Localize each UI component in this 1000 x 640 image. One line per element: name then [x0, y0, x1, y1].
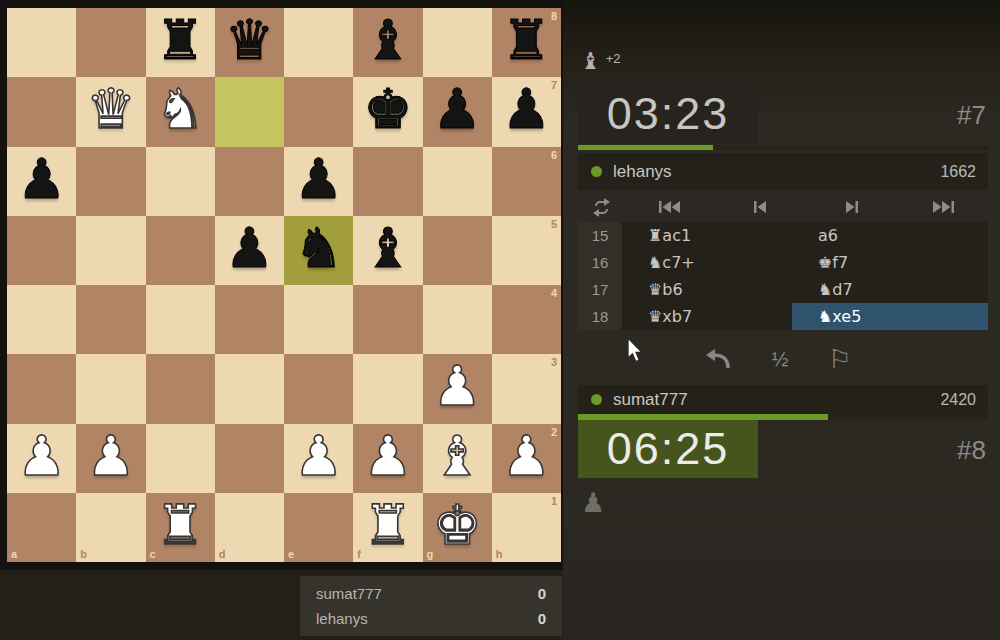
square-e1[interactable]: e: [284, 493, 353, 562]
last-move-button[interactable]: [897, 192, 988, 222]
player-name: sumat777: [613, 390, 688, 410]
square-g5[interactable]: [423, 216, 492, 285]
square-e8[interactable]: [284, 8, 353, 77]
black-king-f7[interactable]: ♚: [363, 82, 412, 137]
opponent-name: lehanys: [613, 162, 672, 182]
square-g1[interactable]: ♚g: [423, 493, 492, 562]
rank-label-1: 1: [551, 495, 557, 507]
white-bishop-g2[interactable]: ♝: [432, 429, 481, 484]
square-a1[interactable]: a: [7, 493, 76, 562]
flip-board-button[interactable]: [578, 192, 624, 222]
square-f5[interactable]: ♝: [353, 216, 422, 285]
board-frame: ♜♛♝♜8♛♞♚♟♟7♟♟6♟♞♝54♟3♟♟♟♟♝♟2ab♜cde♜f♚g1h: [0, 0, 563, 570]
file-label-e: e: [288, 548, 294, 560]
move-number-18: 18: [578, 303, 622, 330]
file-label-c: c: [150, 548, 156, 560]
black-bishop-f8[interactable]: ♝: [363, 13, 412, 68]
square-h6[interactable]: 6: [492, 147, 561, 216]
player-rating: 2420: [940, 391, 976, 409]
square-b5[interactable]: [76, 216, 145, 285]
captured-bishop-icon: ♝: [580, 50, 601, 73]
opponent-row[interactable]: lehanys 1662: [578, 153, 988, 190]
square-a6[interactable]: ♟: [7, 147, 76, 216]
file-label-g: g: [427, 548, 434, 560]
rank-label-3: 3: [551, 356, 557, 368]
square-d6[interactable]: [215, 147, 284, 216]
square-c5[interactable]: [146, 216, 215, 285]
move-black-16[interactable]: ♚f7: [792, 249, 988, 276]
square-h2[interactable]: ♟2: [492, 424, 561, 493]
black-pawn-h7[interactable]: ♟: [502, 82, 551, 137]
score-player-name: sumat777: [316, 585, 382, 602]
square-g2[interactable]: ♝: [423, 424, 492, 493]
square-g6[interactable]: [423, 147, 492, 216]
square-d2[interactable]: [215, 424, 284, 493]
rank-label-4: 4: [551, 287, 557, 299]
square-f6[interactable]: [353, 147, 422, 216]
square-g3[interactable]: ♟: [423, 354, 492, 423]
score-value: 0: [538, 610, 546, 627]
previous-move-button[interactable]: [715, 192, 806, 222]
square-b4[interactable]: [76, 285, 145, 354]
square-a7[interactable]: [7, 77, 76, 146]
move-white-15[interactable]: ♜ac1: [622, 222, 792, 249]
white-queen-b7[interactable]: ♛: [86, 82, 135, 137]
square-e3[interactable]: [284, 354, 353, 423]
white-pawn-f2[interactable]: ♟: [363, 429, 412, 484]
mouse-cursor: [627, 338, 645, 364]
player-row[interactable]: sumat777 2420: [578, 385, 988, 414]
opponent-clock: 03:23: [578, 85, 758, 143]
rank-label-8: 8: [551, 10, 557, 22]
opponent-rating: 1662: [940, 163, 976, 181]
square-d1[interactable]: d: [215, 493, 284, 562]
square-c4[interactable]: [146, 285, 215, 354]
square-b8[interactable]: [76, 8, 145, 77]
square-b6[interactable]: [76, 147, 145, 216]
black-pawn-a6[interactable]: ♟: [17, 152, 66, 207]
square-g7[interactable]: ♟: [423, 77, 492, 146]
black-knight-e5[interactable]: ♞: [294, 221, 343, 276]
square-e6[interactable]: ♟: [284, 147, 353, 216]
file-label-a: a: [11, 548, 17, 560]
opponent-time-bar: [578, 145, 988, 150]
move-number-17: 17: [578, 276, 622, 303]
black-pawn-e6[interactable]: ♟: [294, 152, 343, 207]
square-e4[interactable]: [284, 285, 353, 354]
square-c7[interactable]: ♞: [146, 77, 215, 146]
square-b1[interactable]: b: [76, 493, 145, 562]
takeback-button[interactable]: [696, 338, 740, 380]
next-move-button[interactable]: [806, 192, 897, 222]
white-pawn-g3[interactable]: ♟: [432, 359, 481, 414]
square-f2[interactable]: ♟: [353, 424, 422, 493]
square-f4[interactable]: [353, 285, 422, 354]
black-bishop-f5[interactable]: ♝: [363, 221, 412, 276]
square-c6[interactable]: [146, 147, 215, 216]
move-white-18[interactable]: ♛xb7: [622, 303, 792, 330]
player-captured-row: ♟: [581, 487, 605, 518]
first-move-button[interactable]: [624, 192, 715, 222]
square-a5[interactable]: [7, 216, 76, 285]
move-row-17: 17♛b6♞d7: [578, 276, 988, 303]
square-e7[interactable]: [284, 77, 353, 146]
square-c1[interactable]: ♜c: [146, 493, 215, 562]
square-g4[interactable]: [423, 285, 492, 354]
square-f3[interactable]: [353, 354, 422, 423]
square-h1[interactable]: 1h: [492, 493, 561, 562]
square-d4[interactable]: [215, 285, 284, 354]
square-f1[interactable]: ♜f: [353, 493, 422, 562]
move-row-15: 15♜ac1a6: [578, 222, 988, 249]
square-h4[interactable]: 4: [492, 285, 561, 354]
white-pawn-h2[interactable]: ♟: [502, 429, 551, 484]
move-number-16: 16: [578, 249, 622, 276]
match-score-panel: sumat777 0 lehanys 0: [300, 576, 562, 636]
white-knight-c7[interactable]: ♞: [155, 82, 204, 137]
rank-label-6: 6: [551, 149, 557, 161]
square-d3[interactable]: [215, 354, 284, 423]
rank-label-5: 5: [551, 218, 557, 230]
chess-game-app: ♜♛♝♜8♛♞♚♟♟7♟♟6♟♞♝54♟3♟♟♟♟♝♟2ab♜cde♜f♚g1h…: [0, 0, 1000, 640]
square-h5[interactable]: 5: [492, 216, 561, 285]
chess-board[interactable]: ♜♛♝♜8♛♞♚♟♟7♟♟6♟♞♝54♟3♟♟♟♟♝♟2ab♜cde♜f♚g1h: [7, 8, 561, 562]
square-h7[interactable]: ♟7: [492, 77, 561, 146]
square-c3[interactable]: [146, 354, 215, 423]
opponent-board-number: #7: [957, 100, 986, 131]
square-f8[interactable]: ♝: [353, 8, 422, 77]
square-g8[interactable]: [423, 8, 492, 77]
black-rook-h8[interactable]: ♜: [502, 13, 551, 68]
square-d8[interactable]: ♛: [215, 8, 284, 77]
move-black-17[interactable]: ♞d7: [792, 276, 988, 303]
square-b7[interactable]: ♛: [76, 77, 145, 146]
square-b3[interactable]: [76, 354, 145, 423]
opponent-material-row: ♝ +2: [580, 50, 620, 73]
move-navigation-bar: [578, 192, 988, 222]
rank-label-7: 7: [551, 79, 557, 91]
white-rook-c1[interactable]: ♜: [155, 498, 204, 553]
square-e2[interactable]: ♟: [284, 424, 353, 493]
move-list: 15♜ac1a616♞c7+♚f717♛b6♞d718♛xb7♞xe5: [578, 222, 988, 330]
square-d7[interactable]: [215, 77, 284, 146]
white-king-g1[interactable]: ♚: [432, 498, 481, 553]
game-side-panel: ♝ +2 03:23 #7 lehanys 1662: [578, 0, 988, 640]
move-row-16: 16♞c7+♚f7: [578, 249, 988, 276]
player-clock-time: 06:25: [607, 423, 730, 475]
square-h3[interactable]: 3: [492, 354, 561, 423]
square-d5[interactable]: ♟: [215, 216, 284, 285]
move-black-18[interactable]: ♞xe5: [792, 303, 988, 330]
move-white-16[interactable]: ♞c7+: [622, 249, 792, 276]
move-white-17[interactable]: ♛b6: [622, 276, 792, 303]
square-a2[interactable]: ♟: [7, 424, 76, 493]
player-board-number: #8: [957, 435, 986, 466]
opponent-time-bar-fill: [578, 145, 713, 150]
draw-offer-button[interactable]: ½: [764, 338, 796, 380]
square-c2[interactable]: [146, 424, 215, 493]
opponent-clock-time: 03:23: [607, 88, 730, 140]
square-c8[interactable]: ♜: [146, 8, 215, 77]
white-pawn-b2[interactable]: ♟: [86, 429, 135, 484]
square-a3[interactable]: [7, 354, 76, 423]
black-queen-d8[interactable]: ♛: [225, 13, 274, 68]
square-a4[interactable]: [7, 285, 76, 354]
file-label-h: h: [496, 548, 503, 560]
white-pawn-a2[interactable]: ♟: [17, 429, 66, 484]
material-advantage: +2: [606, 51, 621, 66]
score-value: 0: [538, 585, 546, 602]
move-number-15: 15: [578, 222, 622, 249]
square-a8[interactable]: [7, 8, 76, 77]
square-b2[interactable]: ♟: [76, 424, 145, 493]
white-pawn-e2[interactable]: ♟: [294, 429, 343, 484]
score-player-name: lehanys: [316, 610, 368, 627]
square-e5[interactable]: ♞: [284, 216, 353, 285]
black-rook-c8[interactable]: ♜: [155, 13, 204, 68]
white-rook-f1[interactable]: ♜: [363, 498, 412, 553]
rank-label-2: 2: [551, 426, 557, 438]
score-row: lehanys 0: [300, 610, 562, 627]
file-label-f: f: [357, 548, 361, 560]
player-clock: 06:25: [578, 420, 758, 478]
move-row-18: 18♛xb7♞xe5: [578, 303, 988, 330]
online-status-dot: [591, 166, 602, 177]
captured-pawn-icon: ♟: [581, 487, 605, 518]
file-label-b: b: [80, 548, 87, 560]
square-h8[interactable]: ♜8: [492, 8, 561, 77]
online-status-dot: [591, 394, 602, 405]
resign-flag-button[interactable]: ⚐: [820, 338, 860, 380]
move-black-15[interactable]: a6: [792, 222, 988, 249]
square-f7[interactable]: ♚: [353, 77, 422, 146]
black-pawn-d5[interactable]: ♟: [225, 221, 274, 276]
score-row: sumat777 0: [300, 585, 562, 602]
file-label-d: d: [219, 548, 226, 560]
black-pawn-g7[interactable]: ♟: [432, 82, 481, 137]
